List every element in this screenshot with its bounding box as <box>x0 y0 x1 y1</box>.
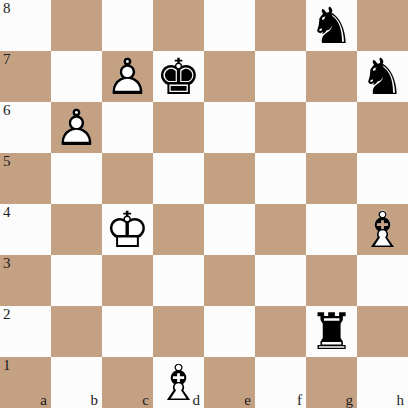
square-b4[interactable] <box>51 204 102 255</box>
square-b1[interactable]: b <box>51 357 102 408</box>
square-f1[interactable]: f <box>255 357 306 408</box>
square-g1[interactable]: g <box>306 357 357 408</box>
square-d5[interactable] <box>153 153 204 204</box>
square-h6[interactable] <box>357 102 408 153</box>
square-d3[interactable] <box>153 255 204 306</box>
square-h4[interactable]: ♝♗ <box>357 204 408 255</box>
file-label-a: a <box>40 392 47 408</box>
square-h7[interactable]: ♞ <box>357 51 408 102</box>
file-label-b: b <box>91 392 99 408</box>
black-knight-h7: ♞ <box>357 51 408 102</box>
rook-glyph: ♜ <box>309 307 354 357</box>
square-c2[interactable] <box>102 306 153 357</box>
rank-label-1: 1 <box>3 357 11 374</box>
square-h8[interactable] <box>357 0 408 51</box>
square-a2[interactable]: 2 <box>0 306 51 357</box>
square-d7[interactable]: ♚ <box>153 51 204 102</box>
square-c8[interactable] <box>102 0 153 51</box>
file-label-c: c <box>142 392 149 408</box>
square-h5[interactable] <box>357 153 408 204</box>
knight-glyph: ♞ <box>360 52 405 102</box>
square-g4[interactable] <box>306 204 357 255</box>
square-d4[interactable] <box>153 204 204 255</box>
square-f7[interactable] <box>255 51 306 102</box>
square-c6[interactable] <box>102 102 153 153</box>
white-pawn-c7: ♟♙ <box>102 51 153 102</box>
white-bishop-h4: ♝♗ <box>357 204 408 255</box>
square-c3[interactable] <box>102 255 153 306</box>
black-rook-g2: ♜ <box>306 306 357 357</box>
square-e6[interactable] <box>204 102 255 153</box>
square-e1[interactable]: e <box>204 357 255 408</box>
square-g7[interactable] <box>306 51 357 102</box>
king-glyph: ♚ <box>156 52 201 102</box>
square-d2[interactable] <box>153 306 204 357</box>
square-a6[interactable]: 6 <box>0 102 51 153</box>
king-outline-glyph: ♔ <box>105 205 150 255</box>
square-g6[interactable] <box>306 102 357 153</box>
bishop-outline-glyph: ♗ <box>156 358 201 408</box>
square-a8[interactable]: 8 <box>0 0 51 51</box>
white-pawn-b6: ♟♙ <box>51 102 102 153</box>
rank-label-6: 6 <box>3 102 11 119</box>
file-label-g: g <box>346 392 354 408</box>
rank-label-5: 5 <box>3 153 11 170</box>
square-a5[interactable]: 5 <box>0 153 51 204</box>
square-g8[interactable]: ♞ <box>306 0 357 51</box>
square-a1[interactable]: 1a <box>0 357 51 408</box>
square-h2[interactable] <box>357 306 408 357</box>
square-e8[interactable] <box>204 0 255 51</box>
black-knight-g8: ♞ <box>306 0 357 51</box>
square-f6[interactable] <box>255 102 306 153</box>
white-bishop-d1: ♝♗ <box>153 357 204 408</box>
square-b5[interactable] <box>51 153 102 204</box>
file-label-e: e <box>244 392 251 408</box>
rank-label-8: 8 <box>3 0 11 17</box>
square-f5[interactable] <box>255 153 306 204</box>
square-e7[interactable] <box>204 51 255 102</box>
square-c7[interactable]: ♟♙ <box>102 51 153 102</box>
square-e3[interactable] <box>204 255 255 306</box>
square-c1[interactable]: c <box>102 357 153 408</box>
rank-label-2: 2 <box>3 306 11 323</box>
square-a4[interactable]: 4 <box>0 204 51 255</box>
square-b6[interactable]: ♟♙ <box>51 102 102 153</box>
square-a3[interactable]: 3 <box>0 255 51 306</box>
chess-board: 8♞7♟♙♚♞6♟♙54♚♔♝♗32♜1abcd♝♗efgh <box>0 0 408 408</box>
bishop-outline-glyph: ♗ <box>360 205 405 255</box>
rank-label-3: 3 <box>3 255 11 272</box>
square-f8[interactable] <box>255 0 306 51</box>
file-label-h: h <box>397 392 405 408</box>
pawn-outline-glyph: ♙ <box>105 52 150 102</box>
rank-label-7: 7 <box>3 51 11 68</box>
square-g3[interactable] <box>306 255 357 306</box>
square-g5[interactable] <box>306 153 357 204</box>
square-a7[interactable]: 7 <box>0 51 51 102</box>
square-b7[interactable] <box>51 51 102 102</box>
square-c5[interactable] <box>102 153 153 204</box>
rank-label-4: 4 <box>3 204 11 221</box>
square-e4[interactable] <box>204 204 255 255</box>
square-b3[interactable] <box>51 255 102 306</box>
knight-glyph: ♞ <box>309 1 354 51</box>
square-d8[interactable] <box>153 0 204 51</box>
square-b2[interactable] <box>51 306 102 357</box>
square-f3[interactable] <box>255 255 306 306</box>
square-g2[interactable]: ♜ <box>306 306 357 357</box>
pawn-outline-glyph: ♙ <box>54 103 99 153</box>
square-d6[interactable] <box>153 102 204 153</box>
square-e5[interactable] <box>204 153 255 204</box>
square-f2[interactable] <box>255 306 306 357</box>
square-b8[interactable] <box>51 0 102 51</box>
square-h3[interactable] <box>357 255 408 306</box>
square-e2[interactable] <box>204 306 255 357</box>
white-king-c4: ♚♔ <box>102 204 153 255</box>
square-d1[interactable]: d♝♗ <box>153 357 204 408</box>
file-label-f: f <box>297 392 302 408</box>
black-king-d7: ♚ <box>153 51 204 102</box>
square-f4[interactable] <box>255 204 306 255</box>
square-c4[interactable]: ♚♔ <box>102 204 153 255</box>
square-h1[interactable]: h <box>357 357 408 408</box>
